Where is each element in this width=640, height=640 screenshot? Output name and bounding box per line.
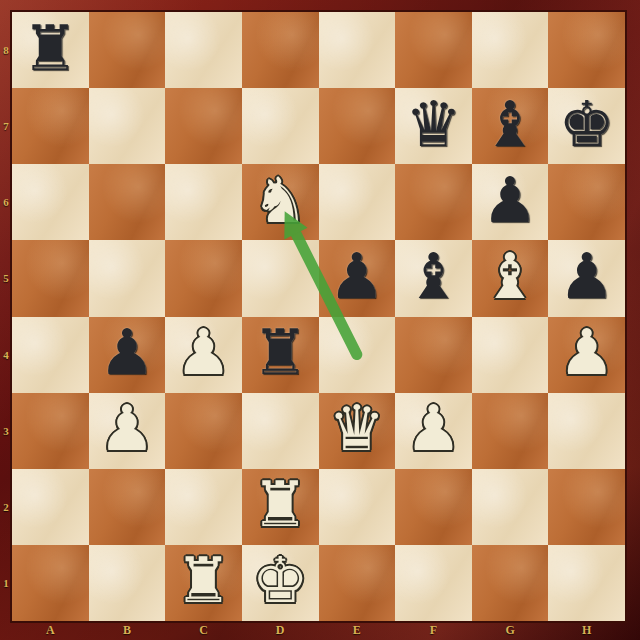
square-c4[interactable]: ♟ bbox=[165, 317, 242, 393]
square-c6[interactable] bbox=[165, 164, 242, 240]
square-b5[interactable] bbox=[89, 240, 166, 316]
file-label-h: H bbox=[577, 621, 597, 640]
square-g8[interactable] bbox=[472, 12, 549, 88]
square-g1[interactable] bbox=[472, 545, 549, 621]
square-f8[interactable] bbox=[395, 12, 472, 88]
square-b1[interactable] bbox=[89, 545, 166, 621]
piece-white-pawn-f3[interactable]: ♟ bbox=[405, 397, 461, 460]
square-h1[interactable] bbox=[548, 545, 625, 621]
piece-black-rook-a8[interactable]: ♜ bbox=[22, 17, 78, 80]
square-a4[interactable] bbox=[12, 317, 89, 393]
square-f1[interactable] bbox=[395, 545, 472, 621]
square-h5[interactable]: ♟ bbox=[548, 240, 625, 316]
file-label-d: D bbox=[270, 621, 290, 640]
file-label-g: G bbox=[500, 621, 520, 640]
piece-black-queen-f7[interactable]: ♛ bbox=[405, 93, 461, 156]
square-g4[interactable] bbox=[472, 317, 549, 393]
square-d7[interactable] bbox=[242, 88, 319, 164]
square-f4[interactable] bbox=[395, 317, 472, 393]
rank-label-2: 2 bbox=[0, 501, 12, 513]
square-a2[interactable] bbox=[12, 469, 89, 545]
piece-black-king-h7[interactable]: ♚ bbox=[558, 93, 614, 156]
piece-black-rook-d4[interactable]: ♜ bbox=[252, 321, 308, 384]
piece-black-pawn-b4[interactable]: ♟ bbox=[99, 321, 155, 384]
file-label-e: E bbox=[347, 621, 367, 640]
square-b4[interactable]: ♟ bbox=[89, 317, 166, 393]
piece-black-pawn-h5[interactable]: ♟ bbox=[558, 245, 614, 308]
square-g3[interactable] bbox=[472, 393, 549, 469]
file-label-b: B bbox=[117, 621, 137, 640]
square-e5[interactable]: ♟ bbox=[319, 240, 396, 316]
square-d3[interactable] bbox=[242, 393, 319, 469]
square-f7[interactable]: ♛ bbox=[395, 88, 472, 164]
square-b2[interactable] bbox=[89, 469, 166, 545]
square-f5[interactable]: ♝ bbox=[395, 240, 472, 316]
square-b8[interactable] bbox=[89, 12, 166, 88]
square-h8[interactable] bbox=[548, 12, 625, 88]
square-h3[interactable] bbox=[548, 393, 625, 469]
square-h2[interactable] bbox=[548, 469, 625, 545]
square-g5[interactable]: ♝ bbox=[472, 240, 549, 316]
square-e2[interactable] bbox=[319, 469, 396, 545]
square-c1[interactable]: ♜ bbox=[165, 545, 242, 621]
square-a6[interactable] bbox=[12, 164, 89, 240]
piece-white-rook-c1[interactable]: ♜ bbox=[175, 549, 231, 612]
square-c7[interactable] bbox=[165, 88, 242, 164]
square-c8[interactable] bbox=[165, 12, 242, 88]
rank-label-7: 7 bbox=[0, 120, 12, 132]
square-g7[interactable]: ♝ bbox=[472, 88, 549, 164]
piece-white-pawn-b3[interactable]: ♟ bbox=[99, 397, 155, 460]
rank-label-1: 1 bbox=[0, 577, 12, 589]
square-d1[interactable]: ♚ bbox=[242, 545, 319, 621]
square-e7[interactable] bbox=[319, 88, 396, 164]
rank-label-3: 3 bbox=[0, 425, 12, 437]
chess-board-frame: ♜♛♝♚♞♟♟♝♝♟♟♟♜♟♟♛♟♜♜♚ 87654321ABCDEFGH bbox=[0, 0, 640, 640]
rank-label-5: 5 bbox=[0, 272, 12, 284]
piece-white-knight-d6[interactable]: ♞ bbox=[252, 169, 308, 232]
square-e4[interactable] bbox=[319, 317, 396, 393]
piece-black-pawn-g6[interactable]: ♟ bbox=[482, 169, 538, 232]
piece-white-rook-d2[interactable]: ♜ bbox=[252, 473, 308, 536]
piece-white-queen-e3[interactable]: ♛ bbox=[329, 397, 385, 460]
piece-black-bishop-g7[interactable]: ♝ bbox=[482, 93, 538, 156]
square-d5[interactable] bbox=[242, 240, 319, 316]
square-f6[interactable] bbox=[395, 164, 472, 240]
square-f3[interactable]: ♟ bbox=[395, 393, 472, 469]
square-h7[interactable]: ♚ bbox=[548, 88, 625, 164]
square-a1[interactable] bbox=[12, 545, 89, 621]
file-label-a: A bbox=[40, 621, 60, 640]
file-label-f: F bbox=[423, 621, 443, 640]
square-b7[interactable] bbox=[89, 88, 166, 164]
square-g2[interactable] bbox=[472, 469, 549, 545]
rank-label-6: 6 bbox=[0, 196, 12, 208]
square-d4[interactable]: ♜ bbox=[242, 317, 319, 393]
square-e1[interactable] bbox=[319, 545, 396, 621]
square-a3[interactable] bbox=[12, 393, 89, 469]
square-f2[interactable] bbox=[395, 469, 472, 545]
piece-white-pawn-h4[interactable]: ♟ bbox=[558, 321, 614, 384]
square-a5[interactable] bbox=[12, 240, 89, 316]
piece-white-king-d1[interactable]: ♚ bbox=[252, 549, 308, 612]
file-label-c: C bbox=[194, 621, 214, 640]
rank-label-4: 4 bbox=[0, 349, 12, 361]
square-d2[interactable]: ♜ bbox=[242, 469, 319, 545]
square-h6[interactable] bbox=[548, 164, 625, 240]
square-e3[interactable]: ♛ bbox=[319, 393, 396, 469]
square-c3[interactable] bbox=[165, 393, 242, 469]
square-a7[interactable] bbox=[12, 88, 89, 164]
chess-board: ♜♛♝♚♞♟♟♝♝♟♟♟♜♟♟♛♟♜♜♚ bbox=[12, 12, 625, 621]
piece-black-pawn-e5[interactable]: ♟ bbox=[329, 245, 385, 308]
piece-white-pawn-c4[interactable]: ♟ bbox=[175, 321, 231, 384]
rank-label-8: 8 bbox=[0, 44, 12, 56]
square-d8[interactable] bbox=[242, 12, 319, 88]
square-e6[interactable] bbox=[319, 164, 396, 240]
piece-white-bishop-g5[interactable]: ♝ bbox=[482, 245, 538, 308]
square-e8[interactable] bbox=[319, 12, 396, 88]
square-g6[interactable]: ♟ bbox=[472, 164, 549, 240]
piece-black-bishop-f5[interactable]: ♝ bbox=[405, 245, 461, 308]
square-c5[interactable] bbox=[165, 240, 242, 316]
square-b3[interactable]: ♟ bbox=[89, 393, 166, 469]
square-d6[interactable]: ♞ bbox=[242, 164, 319, 240]
square-a8[interactable]: ♜ bbox=[12, 12, 89, 88]
square-c2[interactable] bbox=[165, 469, 242, 545]
square-b6[interactable] bbox=[89, 164, 166, 240]
square-h4[interactable]: ♟ bbox=[548, 317, 625, 393]
